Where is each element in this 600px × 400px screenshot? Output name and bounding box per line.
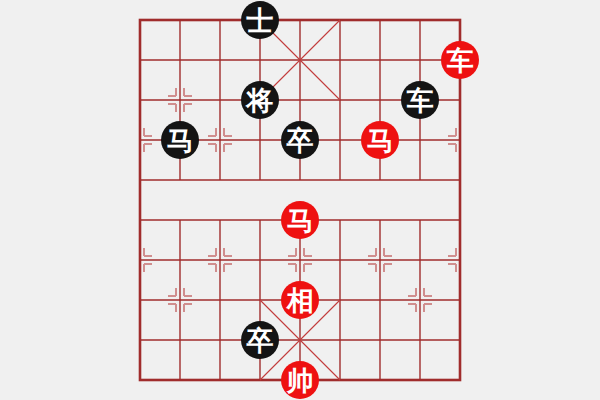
red-chariot[interactable]: 车 — [441, 41, 479, 79]
red-general[interactable]: 帅 — [281, 361, 319, 399]
black-general[interactable]: 将 — [241, 81, 279, 119]
xiangqi-board-grid — [0, 0, 600, 400]
black-advisor[interactable]: 士 — [241, 1, 279, 39]
red-horse[interactable]: 马 — [361, 121, 399, 159]
black-pawn[interactable]: 卒 — [281, 121, 319, 159]
black-horse[interactable]: 马 — [161, 121, 199, 159]
red-horse[interactable]: 马 — [281, 201, 319, 239]
xiangqi-app-screen: 士车将车马卒马马相卒帅 — [0, 0, 600, 400]
black-pawn[interactable]: 卒 — [241, 321, 279, 359]
red-elephant[interactable]: 相 — [281, 281, 319, 319]
black-chariot[interactable]: 车 — [401, 81, 439, 119]
